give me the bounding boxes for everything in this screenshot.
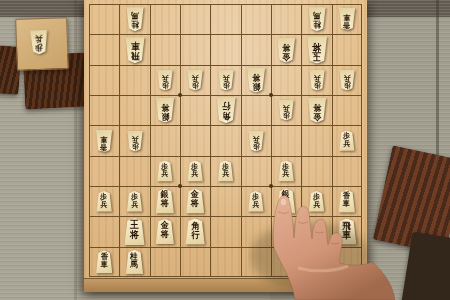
knight-8a-gote[interactable]: 桂馬 bbox=[126, 7, 144, 31]
pawn-6c-gote[interactable]: 歩兵 bbox=[187, 70, 203, 91]
gold-2d-gote[interactable]: 金将 bbox=[307, 97, 326, 122]
pawn-2c-gote[interactable]: 歩兵 bbox=[309, 70, 325, 91]
pawn-1e-sente[interactable]: 歩兵 bbox=[339, 130, 355, 151]
pawn-1c-gote[interactable]: 歩兵 bbox=[339, 70, 355, 91]
pawn-8e-gote[interactable]: 歩兵 bbox=[127, 130, 143, 151]
lance-9e-gote[interactable]: 香車 bbox=[96, 129, 113, 152]
pawn-6f-sente[interactable]: 歩兵 bbox=[187, 161, 203, 182]
lance-1a-gote[interactable]: 香車 bbox=[338, 8, 355, 31]
tatami-seam bbox=[74, 0, 77, 300]
pawn-4e-gote[interactable]: 歩兵 bbox=[248, 130, 264, 151]
komadai-gote: 歩兵 bbox=[15, 17, 69, 71]
bishop-6h-sente[interactable]: 角行 bbox=[185, 218, 205, 244]
hoshi-dot bbox=[269, 184, 273, 188]
shogi-board: 桂馬桂馬香車飛車金将玉将歩兵歩兵歩兵銀将歩兵歩兵銀将角行歩兵金将香車歩兵歩兵歩兵… bbox=[84, 0, 367, 292]
king-2b-gote[interactable]: 玉将 bbox=[306, 36, 327, 64]
pawn-4g-sente[interactable]: 歩兵 bbox=[248, 191, 264, 212]
pawn-3f-sente[interactable]: 歩兵 bbox=[278, 161, 294, 182]
pawn-9g-sente[interactable]: 歩兵 bbox=[96, 191, 112, 212]
bishop-5d-gote[interactable]: 角行 bbox=[216, 97, 236, 123]
rook-1h-sente[interactable]: 飛車 bbox=[337, 218, 357, 244]
king-8h-sente[interactable]: 王将 bbox=[124, 218, 145, 246]
hoshi-dot bbox=[269, 93, 273, 97]
pawn-2g-sente[interactable]: 歩兵 bbox=[309, 191, 325, 212]
lance-9i-sente[interactable]: 香車 bbox=[96, 250, 113, 273]
gold-3b-gote[interactable]: 金将 bbox=[277, 37, 296, 62]
hoshi-dot bbox=[178, 93, 182, 97]
pawn-5c-gote[interactable]: 歩兵 bbox=[218, 70, 234, 91]
photo-scene: 歩兵 桂馬桂馬香車飛車金将玉将歩兵歩兵歩兵銀将歩兵歩兵銀将角行歩兵金将香車歩兵歩… bbox=[0, 0, 450, 300]
pawn-7c-gote[interactable]: 歩兵 bbox=[157, 70, 173, 91]
knight-8i-sente[interactable]: 桂馬 bbox=[126, 250, 144, 274]
rook-8b-gote[interactable]: 飛車 bbox=[125, 36, 145, 62]
lance-1g-sente[interactable]: 香車 bbox=[338, 190, 355, 213]
pawn-7f-sente[interactable]: 歩兵 bbox=[157, 161, 173, 182]
gold-7h-sente[interactable]: 金将 bbox=[155, 219, 174, 244]
board-side-panel bbox=[84, 278, 367, 292]
captured-piece-stand-gote[interactable]: 歩兵 bbox=[30, 30, 49, 55]
silver-4c-gote[interactable]: 銀将 bbox=[246, 67, 265, 92]
silver-7g-sente[interactable]: 銀将 bbox=[155, 188, 174, 213]
silver-7d-gote[interactable]: 銀将 bbox=[155, 97, 174, 122]
board-grid: 桂馬桂馬香車飛車金将玉将歩兵歩兵歩兵銀将歩兵歩兵銀将角行歩兵金将香車歩兵歩兵歩兵… bbox=[89, 4, 362, 277]
knight-2a-gote[interactable]: 桂馬 bbox=[308, 7, 326, 31]
pawn-5f-sente[interactable]: 歩兵 bbox=[218, 161, 234, 182]
hoshi-dot bbox=[178, 184, 182, 188]
pawn-8g-sente[interactable]: 歩兵 bbox=[127, 191, 143, 212]
silver-3g-sente[interactable]: 銀将 bbox=[277, 188, 296, 213]
gold-6g-sente[interactable]: 金将 bbox=[186, 188, 205, 213]
pawn-3d-gote[interactable]: 歩兵 bbox=[278, 100, 294, 121]
